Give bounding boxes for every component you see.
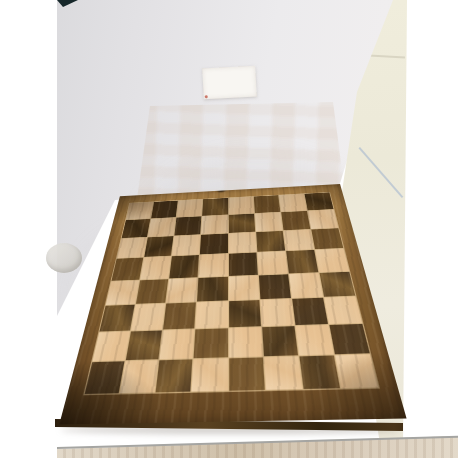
board-grid <box>85 192 379 394</box>
square-h5[interactable] <box>315 249 349 272</box>
sticker-red-dot <box>205 95 208 98</box>
square-c8[interactable] <box>177 199 203 217</box>
square-c6[interactable] <box>172 235 200 256</box>
square-g8[interactable] <box>279 194 307 212</box>
square-e3[interactable] <box>229 300 261 327</box>
square-e4[interactable] <box>228 275 258 300</box>
square-g5[interactable] <box>286 250 318 273</box>
square-e2[interactable] <box>229 327 263 357</box>
square-e8[interactable] <box>228 197 253 215</box>
square-g3[interactable] <box>292 297 328 324</box>
square-b4[interactable] <box>136 279 168 304</box>
square-a2[interactable] <box>93 331 131 361</box>
square-e1[interactable] <box>229 357 265 390</box>
square-h4[interactable] <box>319 271 355 296</box>
square-f3[interactable] <box>260 299 294 326</box>
square-g7[interactable] <box>281 211 310 230</box>
square-c2[interactable] <box>160 329 195 359</box>
square-h2[interactable] <box>329 324 370 354</box>
square-b2[interactable] <box>126 330 162 360</box>
square-c7[interactable] <box>175 216 202 235</box>
square-a4[interactable] <box>106 280 139 305</box>
square-c3[interactable] <box>163 302 196 329</box>
square-f4[interactable] <box>258 274 290 299</box>
square-g1[interactable] <box>299 355 340 389</box>
square-a6[interactable] <box>117 238 147 259</box>
square-c4[interactable] <box>167 278 198 303</box>
square-f6[interactable] <box>256 231 285 252</box>
square-g2[interactable] <box>295 325 333 355</box>
square-d1[interactable] <box>192 358 227 391</box>
square-h1[interactable] <box>335 354 378 388</box>
square-g4[interactable] <box>289 273 323 298</box>
square-a5[interactable] <box>112 258 144 281</box>
square-d8[interactable] <box>202 198 227 216</box>
square-h6[interactable] <box>311 228 343 249</box>
square-b3[interactable] <box>131 303 165 330</box>
square-h3[interactable] <box>324 296 362 324</box>
square-d7[interactable] <box>201 215 227 234</box>
square-d4[interactable] <box>197 276 227 301</box>
square-a1[interactable] <box>85 361 125 394</box>
square-f1[interactable] <box>264 356 302 390</box>
square-f7[interactable] <box>255 212 283 231</box>
gray-object <box>46 243 82 273</box>
square-d5[interactable] <box>199 254 228 277</box>
square-a7[interactable] <box>122 219 151 238</box>
square-h7[interactable] <box>308 210 339 229</box>
scene <box>0 0 458 458</box>
square-b6[interactable] <box>144 236 173 257</box>
square-f8[interactable] <box>254 195 281 213</box>
square-b1[interactable] <box>120 360 158 393</box>
square-e6[interactable] <box>228 232 256 253</box>
panel-sticker <box>202 66 257 100</box>
square-f5[interactable] <box>257 252 288 275</box>
square-c5[interactable] <box>169 255 199 278</box>
square-g6[interactable] <box>283 230 314 251</box>
square-c1[interactable] <box>156 359 193 392</box>
square-f2[interactable] <box>262 326 298 356</box>
square-e7[interactable] <box>228 214 254 233</box>
square-d2[interactable] <box>194 328 227 358</box>
square-e5[interactable] <box>228 253 257 276</box>
square-d6[interactable] <box>200 234 227 255</box>
square-b7[interactable] <box>148 218 176 237</box>
square-a3[interactable] <box>100 304 135 331</box>
square-b5[interactable] <box>140 257 171 280</box>
square-b8[interactable] <box>151 201 178 219</box>
square-h8[interactable] <box>304 192 333 210</box>
square-d3[interactable] <box>196 301 228 328</box>
square-a8[interactable] <box>126 202 153 220</box>
blue-tape-line <box>358 147 403 198</box>
